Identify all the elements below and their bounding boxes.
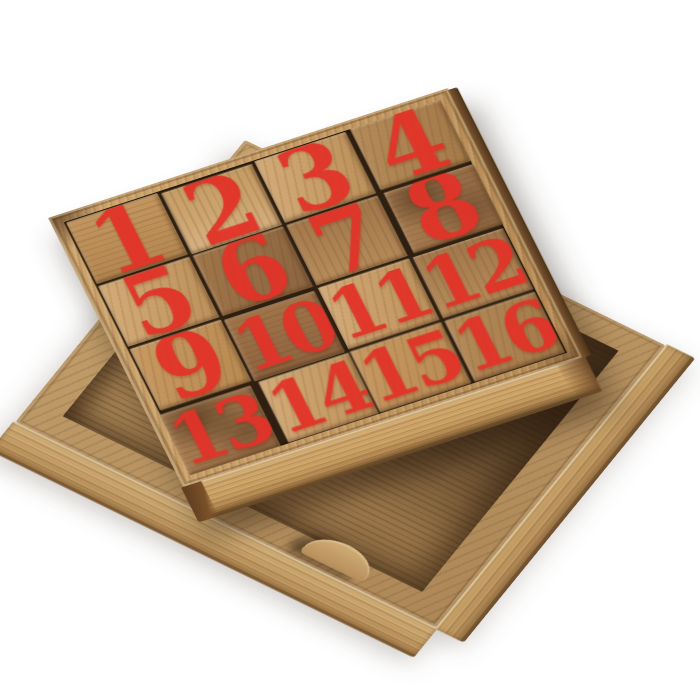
photo-stage: 12345678910111213141516 [0, 0, 700, 700]
